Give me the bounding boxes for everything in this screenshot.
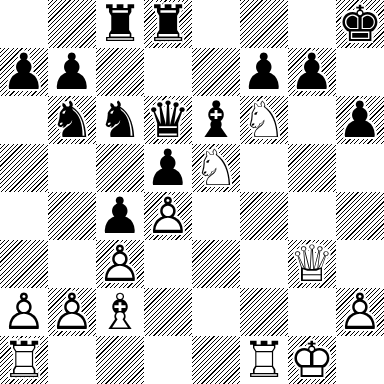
square-h2[interactable]: ♟♙ xyxy=(336,288,384,336)
square-e2[interactable] xyxy=(192,288,240,336)
piece-halo: ♜ xyxy=(144,0,192,48)
white-pawn: ♙ xyxy=(144,192,192,240)
square-d7[interactable] xyxy=(144,48,192,96)
square-b2[interactable]: ♟♙ xyxy=(48,288,96,336)
square-c1[interactable] xyxy=(96,336,144,384)
black-pawn: ♟ xyxy=(0,48,48,96)
square-c5[interactable] xyxy=(96,144,144,192)
square-b3[interactable] xyxy=(48,240,96,288)
white-pawn: ♙ xyxy=(48,288,96,336)
black-pawn: ♟ xyxy=(240,48,288,96)
square-b8[interactable] xyxy=(48,0,96,48)
black-king: ♚ xyxy=(336,0,384,48)
square-a6[interactable] xyxy=(0,96,48,144)
square-h5[interactable] xyxy=(336,144,384,192)
square-a1[interactable]: ♜♖ xyxy=(0,336,48,384)
square-f3[interactable] xyxy=(240,240,288,288)
piece-halo: ♞ xyxy=(240,96,288,144)
piece-halo: ♟ xyxy=(144,144,192,192)
square-d8[interactable]: ♜♜ xyxy=(144,0,192,48)
black-pawn: ♟ xyxy=(288,48,336,96)
square-c2[interactable]: ♝♗ xyxy=(96,288,144,336)
square-b7[interactable]: ♟♟ xyxy=(48,48,96,96)
black-pawn: ♟ xyxy=(336,96,384,144)
black-rook: ♜ xyxy=(144,0,192,48)
piece-halo: ♟ xyxy=(48,288,96,336)
square-d5[interactable]: ♟♟ xyxy=(144,144,192,192)
square-h8[interactable]: ♚♚ xyxy=(336,0,384,48)
piece-halo: ♝ xyxy=(96,288,144,336)
square-d3[interactable] xyxy=(144,240,192,288)
black-queen: ♛ xyxy=(144,96,192,144)
square-h3[interactable] xyxy=(336,240,384,288)
piece-halo: ♟ xyxy=(96,192,144,240)
piece-halo: ♚ xyxy=(288,336,336,384)
square-f5[interactable] xyxy=(240,144,288,192)
square-b4[interactable] xyxy=(48,192,96,240)
piece-halo: ♝ xyxy=(192,96,240,144)
square-b1[interactable] xyxy=(48,336,96,384)
white-knight: ♘ xyxy=(192,144,240,192)
white-pawn: ♙ xyxy=(96,240,144,288)
white-pawn: ♙ xyxy=(336,288,384,336)
square-d6[interactable]: ♛♛ xyxy=(144,96,192,144)
square-d4[interactable]: ♟♙ xyxy=(144,192,192,240)
piece-halo: ♟ xyxy=(336,288,384,336)
square-f2[interactable] xyxy=(240,288,288,336)
square-e7[interactable] xyxy=(192,48,240,96)
white-pawn: ♙ xyxy=(0,288,48,336)
square-g6[interactable] xyxy=(288,96,336,144)
white-rook: ♖ xyxy=(240,336,288,384)
square-a3[interactable] xyxy=(0,240,48,288)
square-g2[interactable] xyxy=(288,288,336,336)
square-g1[interactable]: ♚♔ xyxy=(288,336,336,384)
square-g3[interactable]: ♛♕ xyxy=(288,240,336,288)
piece-halo: ♟ xyxy=(336,96,384,144)
chess-board: ♜♜♜♜♚♚♟♟♟♟♟♟♟♟♞♞♞♞♛♛♝♝♞♘♟♟♟♟♞♘♟♟♟♙♟♙♛♕♟♙… xyxy=(0,0,384,384)
white-king: ♔ xyxy=(288,336,336,384)
piece-halo: ♛ xyxy=(288,240,336,288)
square-h1[interactable] xyxy=(336,336,384,384)
piece-halo: ♟ xyxy=(288,48,336,96)
square-g5[interactable] xyxy=(288,144,336,192)
square-e6[interactable]: ♝♝ xyxy=(192,96,240,144)
square-e8[interactable] xyxy=(192,0,240,48)
square-f4[interactable] xyxy=(240,192,288,240)
piece-halo: ♟ xyxy=(0,48,48,96)
piece-halo: ♟ xyxy=(240,48,288,96)
piece-halo: ♟ xyxy=(48,48,96,96)
square-f1[interactable]: ♜♖ xyxy=(240,336,288,384)
square-b5[interactable] xyxy=(48,144,96,192)
square-a5[interactable] xyxy=(0,144,48,192)
square-h6[interactable]: ♟♟ xyxy=(336,96,384,144)
piece-halo: ♞ xyxy=(96,96,144,144)
square-c3[interactable]: ♟♙ xyxy=(96,240,144,288)
piece-halo: ♞ xyxy=(48,96,96,144)
square-c8[interactable]: ♜♜ xyxy=(96,0,144,48)
piece-halo: ♚ xyxy=(336,0,384,48)
black-knight: ♞ xyxy=(96,96,144,144)
black-pawn: ♟ xyxy=(96,192,144,240)
square-c6[interactable]: ♞♞ xyxy=(96,96,144,144)
square-c4[interactable]: ♟♟ xyxy=(96,192,144,240)
piece-halo: ♟ xyxy=(96,240,144,288)
black-rook: ♜ xyxy=(96,0,144,48)
black-pawn: ♟ xyxy=(144,144,192,192)
piece-halo: ♛ xyxy=(144,96,192,144)
square-f8[interactable] xyxy=(240,0,288,48)
square-f7[interactable]: ♟♟ xyxy=(240,48,288,96)
square-e4[interactable] xyxy=(192,192,240,240)
square-f6[interactable]: ♞♘ xyxy=(240,96,288,144)
piece-halo: ♜ xyxy=(96,0,144,48)
square-e3[interactable] xyxy=(192,240,240,288)
piece-halo: ♟ xyxy=(144,192,192,240)
square-a7[interactable]: ♟♟ xyxy=(0,48,48,96)
square-h4[interactable] xyxy=(336,192,384,240)
square-d1[interactable] xyxy=(144,336,192,384)
piece-halo: ♜ xyxy=(240,336,288,384)
square-e5[interactable]: ♞♘ xyxy=(192,144,240,192)
square-c7[interactable] xyxy=(96,48,144,96)
piece-halo: ♜ xyxy=(0,336,48,384)
white-knight: ♘ xyxy=(240,96,288,144)
black-knight: ♞ xyxy=(48,96,96,144)
white-queen: ♕ xyxy=(288,240,336,288)
square-a2[interactable]: ♟♙ xyxy=(0,288,48,336)
black-pawn: ♟ xyxy=(48,48,96,96)
square-e1[interactable] xyxy=(192,336,240,384)
black-bishop: ♝ xyxy=(192,96,240,144)
piece-halo: ♞ xyxy=(192,144,240,192)
square-d2[interactable] xyxy=(144,288,192,336)
square-g7[interactable]: ♟♟ xyxy=(288,48,336,96)
square-a8[interactable] xyxy=(0,0,48,48)
square-g4[interactable] xyxy=(288,192,336,240)
white-bishop: ♗ xyxy=(96,288,144,336)
square-h7[interactable] xyxy=(336,48,384,96)
white-rook: ♖ xyxy=(0,336,48,384)
square-g8[interactable] xyxy=(288,0,336,48)
piece-halo: ♟ xyxy=(0,288,48,336)
square-b6[interactable]: ♞♞ xyxy=(48,96,96,144)
square-a4[interactable] xyxy=(0,192,48,240)
